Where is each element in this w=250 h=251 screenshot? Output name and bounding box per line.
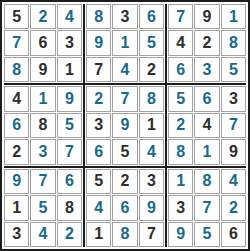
cell-r2c1[interactable]: 7: [4, 30, 29, 55]
cell-r1c9[interactable]: 1: [221, 4, 246, 29]
cell-r3c9[interactable]: 5: [221, 57, 246, 82]
box-divider-vertical-1: [83, 4, 85, 247]
cell-r8c5[interactable]: 6: [112, 195, 137, 220]
cell-r4c1[interactable]: 4: [4, 86, 29, 111]
cell-r1c6[interactable]: 6: [139, 4, 164, 29]
cell-r6c9[interactable]: 9: [221, 139, 246, 164]
cell-r2c9[interactable]: 8: [221, 30, 246, 55]
cell-r9c2[interactable]: 4: [30, 222, 55, 247]
cell-r8c8[interactable]: 7: [194, 195, 219, 220]
cell-r8c7[interactable]: 3: [168, 195, 193, 220]
cell-r3c5[interactable]: 4: [112, 57, 137, 82]
cell-r5c9[interactable]: 7: [221, 113, 246, 138]
cell-r9c7[interactable]: 9: [168, 222, 193, 247]
cell-r2c2[interactable]: 6: [30, 30, 55, 55]
cell-r4c9[interactable]: 3: [221, 86, 246, 111]
cell-r4c6[interactable]: 8: [139, 86, 164, 111]
cell-r6c4[interactable]: 6: [86, 139, 111, 164]
cell-r5c1[interactable]: 6: [4, 113, 29, 138]
cell-r2c6[interactable]: 5: [139, 30, 164, 55]
cell-r6c3[interactable]: 7: [57, 139, 82, 164]
cell-r4c5[interactable]: 7: [112, 86, 137, 111]
cell-r3c8[interactable]: 3: [194, 57, 219, 82]
cell-r5c2[interactable]: 8: [30, 113, 55, 138]
cell-r3c3[interactable]: 1: [57, 57, 82, 82]
cell-r1c5[interactable]: 3: [112, 4, 137, 29]
cell-r7c1[interactable]: 9: [4, 169, 29, 194]
cell-r9c3[interactable]: 2: [57, 222, 82, 247]
cell-r5c6[interactable]: 1: [139, 113, 164, 138]
cell-r7c9[interactable]: 4: [221, 169, 246, 194]
cell-r4c7[interactable]: 5: [168, 86, 193, 111]
cell-r7c8[interactable]: 8: [194, 169, 219, 194]
cell-r3c6[interactable]: 2: [139, 57, 164, 82]
cell-r6c1[interactable]: 2: [4, 139, 29, 164]
cell-r4c3[interactable]: 9: [57, 86, 82, 111]
cell-r1c1[interactable]: 5: [4, 4, 29, 29]
cell-r8c9[interactable]: 2: [221, 195, 246, 220]
cell-r5c5[interactable]: 9: [112, 113, 137, 138]
cell-r1c3[interactable]: 4: [57, 4, 82, 29]
cell-r1c8[interactable]: 9: [194, 4, 219, 29]
cell-r7c5[interactable]: 2: [112, 169, 137, 194]
cell-r2c3[interactable]: 3: [57, 30, 82, 55]
cell-r8c4[interactable]: 4: [86, 195, 111, 220]
box-divider-horizontal-1: [4, 83, 246, 85]
cell-r2c4[interactable]: 9: [86, 30, 111, 55]
cell-r7c6[interactable]: 3: [139, 169, 164, 194]
cell-r9c1[interactable]: 3: [4, 222, 29, 247]
cell-r9c8[interactable]: 5: [194, 222, 219, 247]
cell-r2c7[interactable]: 4: [168, 30, 193, 55]
cell-r3c1[interactable]: 8: [4, 57, 29, 82]
cell-r4c8[interactable]: 6: [194, 86, 219, 111]
sudoku-board: 5248367917639154288917426354192785636853…: [0, 0, 250, 251]
cell-r7c7[interactable]: 1: [168, 169, 193, 194]
cell-r5c4[interactable]: 3: [86, 113, 111, 138]
cell-r4c4[interactable]: 2: [86, 86, 111, 111]
cell-r3c2[interactable]: 9: [30, 57, 55, 82]
cell-r1c7[interactable]: 7: [168, 4, 193, 29]
cell-r3c4[interactable]: 7: [86, 57, 111, 82]
cell-r2c8[interactable]: 2: [194, 30, 219, 55]
cell-r1c4[interactable]: 8: [86, 4, 111, 29]
cell-r8c6[interactable]: 9: [139, 195, 164, 220]
cell-r4c2[interactable]: 1: [30, 86, 55, 111]
cell-r7c3[interactable]: 6: [57, 169, 82, 194]
cell-r8c1[interactable]: 1: [4, 195, 29, 220]
cell-r9c5[interactable]: 8: [112, 222, 137, 247]
cell-r8c2[interactable]: 5: [30, 195, 55, 220]
cell-r8c3[interactable]: 8: [57, 195, 82, 220]
cell-r2c5[interactable]: 1: [112, 30, 137, 55]
cell-r5c7[interactable]: 2: [168, 113, 193, 138]
cell-r6c5[interactable]: 5: [112, 139, 137, 164]
cell-r5c8[interactable]: 4: [194, 113, 219, 138]
cell-r7c2[interactable]: 7: [30, 169, 55, 194]
cell-r9c9[interactable]: 6: [221, 222, 246, 247]
cell-r6c7[interactable]: 8: [168, 139, 193, 164]
box-divider-horizontal-2: [4, 166, 246, 168]
cell-r5c3[interactable]: 5: [57, 113, 82, 138]
cell-r7c4[interactable]: 5: [86, 169, 111, 194]
cell-r6c2[interactable]: 3: [30, 139, 55, 164]
cell-r9c4[interactable]: 1: [86, 222, 111, 247]
cell-r9c6[interactable]: 7: [139, 222, 164, 247]
cell-r1c2[interactable]: 2: [30, 4, 55, 29]
cell-r6c6[interactable]: 4: [139, 139, 164, 164]
cell-r6c8[interactable]: 1: [194, 139, 219, 164]
cell-r3c7[interactable]: 6: [168, 57, 193, 82]
box-divider-vertical-2: [165, 4, 167, 247]
